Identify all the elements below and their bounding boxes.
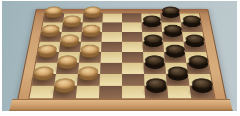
board-square[interactable]	[101, 32, 122, 42]
board-square[interactable]	[81, 32, 102, 42]
light-checker-top-face	[78, 66, 99, 77]
board-square[interactable]	[181, 23, 202, 32]
board-square[interactable]	[122, 32, 143, 42]
light-checker-piece[interactable]	[57, 63, 78, 73]
board-frame-front-edge	[9, 99, 233, 111]
dark-checker-top-face	[145, 55, 165, 65]
dark-checker-piece[interactable]	[143, 23, 162, 32]
board-square[interactable]	[102, 14, 122, 23]
board-square[interactable]	[32, 74, 56, 86]
light-checker-top-face	[62, 15, 81, 23]
dark-checker-piece[interactable]	[188, 63, 209, 73]
dark-checker-top-face	[144, 34, 164, 43]
board-frame	[16, 9, 228, 105]
board-square[interactable]	[101, 42, 122, 52]
board-square[interactable]	[186, 63, 210, 74]
dark-checker-piece[interactable]	[182, 23, 201, 32]
board-square[interactable]	[62, 23, 83, 32]
light-checker-piece[interactable]	[82, 32, 101, 41]
board-square[interactable]	[143, 63, 166, 74]
dark-checker-top-face	[163, 25, 182, 34]
board-square[interactable]	[79, 52, 101, 63]
dark-checker-piece[interactable]	[146, 86, 167, 97]
board-square[interactable]	[162, 32, 183, 42]
board-square[interactable]	[160, 14, 180, 23]
light-checker-piece[interactable]	[63, 23, 82, 32]
board-square[interactable]	[56, 63, 79, 74]
light-checker-piece[interactable]	[44, 14, 63, 22]
light-checker-top-face	[57, 55, 78, 65]
light-checker-top-face	[60, 34, 80, 43]
light-checker-top-face	[82, 25, 101, 34]
board-square[interactable]	[99, 86, 122, 98]
board-square[interactable]	[122, 74, 145, 86]
board-square[interactable]	[99, 74, 122, 86]
board-square[interactable]	[190, 86, 215, 98]
dark-checker-top-face	[185, 34, 205, 43]
board-square[interactable]	[145, 86, 169, 98]
dark-checker-top-face	[162, 7, 181, 15]
light-checker-top-face	[44, 7, 63, 15]
dark-checker-top-face	[143, 15, 162, 23]
board-square[interactable]	[142, 23, 163, 32]
light-checker-piece[interactable]	[84, 14, 102, 22]
light-checker-piece[interactable]	[37, 53, 58, 63]
dark-checker-piece[interactable]	[144, 42, 163, 51]
light-checker-piece[interactable]	[78, 75, 99, 86]
board-square[interactable]	[40, 32, 62, 42]
checkers-board	[16, 9, 228, 105]
board-square[interactable]	[83, 14, 103, 23]
board-square[interactable]	[122, 14, 142, 23]
board-square[interactable]	[43, 14, 64, 23]
dark-checker-piece[interactable]	[185, 42, 205, 51]
dark-checker-piece[interactable]	[191, 86, 213, 97]
light-checker-piece[interactable]	[41, 32, 61, 41]
board-square[interactable]	[166, 74, 190, 86]
board-square[interactable]	[164, 52, 186, 63]
board-square[interactable]	[143, 42, 164, 52]
dark-checker-top-face	[182, 15, 201, 23]
dark-checker-piece[interactable]	[165, 53, 185, 63]
dark-checker-piece[interactable]	[163, 32, 182, 41]
dark-checker-piece[interactable]	[167, 75, 188, 86]
board-square[interactable]	[59, 42, 81, 52]
light-checker-top-face	[32, 66, 54, 77]
checkers-board-grid	[28, 13, 215, 99]
board-square[interactable]	[76, 86, 100, 98]
board-square[interactable]	[100, 63, 122, 74]
light-checker-piece[interactable]	[54, 86, 76, 97]
board-square[interactable]	[101, 52, 122, 63]
dark-checker-top-face	[191, 78, 214, 89]
light-checker-piece[interactable]	[33, 75, 55, 86]
board-square[interactable]	[102, 23, 122, 32]
board-square[interactable]	[77, 74, 100, 86]
light-checker-top-face	[53, 78, 75, 89]
light-checker-top-face	[80, 45, 100, 55]
dark-checker-top-face	[167, 66, 188, 77]
light-checker-top-face	[83, 7, 101, 15]
dark-checker-top-face	[165, 45, 185, 55]
board-square[interactable]	[184, 42, 206, 52]
dark-checker-piece[interactable]	[145, 63, 165, 73]
board-square[interactable]	[122, 52, 143, 63]
dark-checker-top-face	[146, 78, 168, 89]
light-checker-piece[interactable]	[60, 42, 80, 51]
dark-checker-top-face	[188, 55, 209, 65]
light-checker-piece[interactable]	[80, 53, 100, 63]
dark-checker-piece[interactable]	[161, 14, 180, 22]
light-checker-top-face	[40, 25, 60, 34]
light-checker-top-face	[37, 45, 58, 55]
board-square[interactable]	[53, 86, 77, 98]
photo-background	[2, 1, 237, 111]
board-square[interactable]	[36, 52, 59, 63]
